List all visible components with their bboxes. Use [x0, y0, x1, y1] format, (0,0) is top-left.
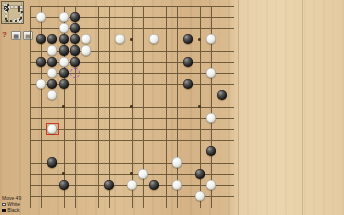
stone-white — [36, 12, 46, 22]
stone-black — [70, 57, 80, 67]
star-point — [130, 172, 133, 175]
stone-white — [206, 180, 216, 190]
ko-marker — [70, 68, 80, 78]
stone-black — [59, 79, 69, 89]
star-point — [130, 105, 133, 108]
star-point — [62, 172, 65, 175]
white-bullet-icon — [2, 203, 6, 207]
stone-white — [172, 157, 182, 167]
stone-black — [59, 68, 69, 78]
black-player-label: Black — [7, 207, 19, 213]
minimap-stone — [5, 15, 7, 17]
stone-black — [70, 45, 80, 55]
go-board[interactable] — [24, 0, 240, 213]
black-bullet-icon — [2, 209, 6, 213]
minimap-stone — [11, 6, 13, 8]
stone-white — [195, 191, 205, 201]
stone-white — [59, 57, 69, 67]
help-button[interactable]: ? — [2, 30, 9, 40]
minimap-stone — [20, 14, 22, 16]
star-point — [198, 105, 201, 108]
stone-white — [59, 23, 69, 33]
stone-white — [47, 45, 57, 55]
stone-black — [47, 157, 57, 167]
status-legend: Move 49 White Black — [2, 195, 21, 214]
stone-black — [59, 45, 69, 55]
board-view-button[interactable]: ▦ — [11, 31, 21, 40]
stone-white — [172, 180, 182, 190]
minimap-stone — [18, 10, 20, 12]
minimap-stone — [19, 21, 21, 23]
stone-white — [81, 45, 91, 55]
star-point — [130, 38, 133, 41]
star-point — [198, 38, 201, 41]
stone-white — [206, 68, 216, 78]
go-app-window: ? ▦ ▤ Move 49 White Black — [0, 0, 344, 215]
stone-black — [70, 12, 80, 22]
board-minimap — [1, 1, 24, 24]
minimap-stone — [6, 20, 8, 22]
wood-seam — [302, 0, 303, 215]
stone-black — [195, 169, 205, 179]
stone-white — [59, 12, 69, 22]
black-player-row: Black — [2, 207, 21, 213]
star-point — [62, 105, 65, 108]
stone-white — [206, 113, 216, 123]
minimap-stone — [20, 6, 22, 8]
stone-black — [59, 180, 69, 190]
stone-white — [138, 169, 148, 179]
minimap-stone — [15, 6, 17, 8]
stone-white — [127, 180, 137, 190]
minimap-stone — [5, 11, 7, 13]
stone-black — [36, 57, 46, 67]
stone-black — [104, 180, 114, 190]
